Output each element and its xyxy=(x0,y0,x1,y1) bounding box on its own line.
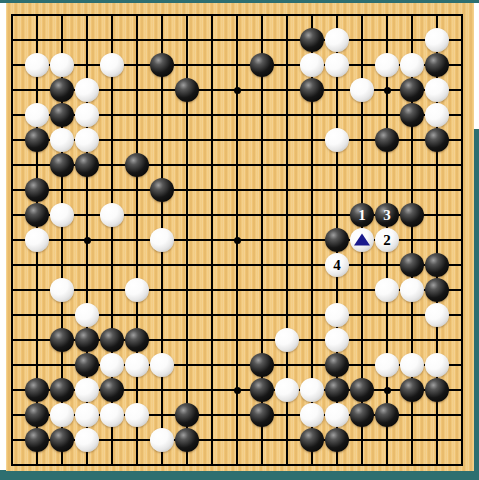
white-stone xyxy=(75,78,99,102)
black-stone xyxy=(25,428,49,452)
black-stone xyxy=(325,428,349,452)
white-stone xyxy=(400,353,424,377)
black-stone xyxy=(50,78,74,102)
white-stone xyxy=(425,78,449,102)
white-stone-move-4: 4 xyxy=(325,253,349,277)
black-stone xyxy=(75,153,99,177)
black-stone xyxy=(400,203,424,227)
white-stone xyxy=(75,128,99,152)
white-stone xyxy=(325,403,349,427)
black-stone xyxy=(375,403,399,427)
white-stone xyxy=(425,303,449,327)
white-stone xyxy=(75,103,99,127)
black-stone xyxy=(175,78,199,102)
black-stone xyxy=(325,228,349,252)
black-stone xyxy=(100,378,124,402)
star-point xyxy=(384,87,391,94)
grid-line-vertical xyxy=(461,14,463,466)
white-stone xyxy=(75,403,99,427)
black-stone xyxy=(50,378,74,402)
white-stone xyxy=(325,303,349,327)
white-stone xyxy=(125,353,149,377)
star-point xyxy=(234,87,241,94)
black-stone xyxy=(425,278,449,302)
white-stone xyxy=(325,53,349,77)
white-stone-triangle-marked xyxy=(350,228,374,252)
white-stone xyxy=(50,53,74,77)
white-stone xyxy=(75,378,99,402)
white-stone xyxy=(300,403,324,427)
triangle-marker-icon xyxy=(354,234,370,246)
move-number-label: 1 xyxy=(350,203,374,227)
black-stone xyxy=(400,78,424,102)
move-number-label: 4 xyxy=(325,253,349,277)
black-stone xyxy=(25,128,49,152)
white-stone-move-2: 2 xyxy=(375,228,399,252)
grid-line-horizontal xyxy=(11,464,463,466)
white-stone xyxy=(425,353,449,377)
white-stone xyxy=(300,378,324,402)
star-point xyxy=(234,387,241,394)
white-stone xyxy=(75,303,99,327)
white-stone xyxy=(425,103,449,127)
move-number-label: 2 xyxy=(375,228,399,252)
black-stone xyxy=(400,253,424,277)
black-stone xyxy=(325,353,349,377)
black-stone xyxy=(25,403,49,427)
black-stone xyxy=(425,378,449,402)
black-stone xyxy=(350,403,374,427)
white-stone xyxy=(125,278,149,302)
white-stone xyxy=(325,128,349,152)
black-stone xyxy=(250,53,274,77)
black-stone xyxy=(50,153,74,177)
black-stone xyxy=(75,353,99,377)
black-stone xyxy=(300,428,324,452)
white-stone xyxy=(400,278,424,302)
white-stone xyxy=(100,403,124,427)
black-stone xyxy=(250,403,274,427)
white-stone xyxy=(375,53,399,77)
white-stone xyxy=(275,328,299,352)
white-stone xyxy=(25,103,49,127)
black-stone xyxy=(425,53,449,77)
star-point xyxy=(234,237,241,244)
white-stone xyxy=(100,53,124,77)
white-stone xyxy=(300,53,324,77)
star-point xyxy=(384,387,391,394)
black-stone xyxy=(375,128,399,152)
white-stone xyxy=(50,403,74,427)
black-stone xyxy=(25,178,49,202)
go-board[interactable]: 1324 xyxy=(6,3,474,471)
black-stone xyxy=(425,253,449,277)
black-stone xyxy=(350,378,374,402)
white-stone xyxy=(150,353,174,377)
white-stone xyxy=(100,203,124,227)
white-stone xyxy=(50,203,74,227)
white-stone xyxy=(275,378,299,402)
white-stone xyxy=(25,53,49,77)
black-stone xyxy=(400,378,424,402)
window-frame-right xyxy=(474,129,479,470)
white-stone xyxy=(50,128,74,152)
black-stone xyxy=(150,53,174,77)
white-stone xyxy=(50,278,74,302)
black-stone xyxy=(50,103,74,127)
star-point xyxy=(84,237,91,244)
black-stone-move-1: 1 xyxy=(350,203,374,227)
white-stone xyxy=(150,428,174,452)
black-stone xyxy=(25,378,49,402)
white-stone xyxy=(350,78,374,102)
black-stone xyxy=(425,128,449,152)
black-stone xyxy=(100,328,124,352)
black-stone-move-3: 3 xyxy=(375,203,399,227)
black-stone xyxy=(125,328,149,352)
white-stone xyxy=(150,228,174,252)
black-stone xyxy=(150,178,174,202)
black-stone xyxy=(300,28,324,52)
white-stone xyxy=(375,278,399,302)
grid-line-horizontal xyxy=(11,264,463,266)
black-stone xyxy=(50,428,74,452)
go-app-window: 1324 xyxy=(0,0,479,480)
white-stone xyxy=(400,53,424,77)
black-stone xyxy=(25,203,49,227)
window-frame-bottom xyxy=(0,470,479,480)
black-stone xyxy=(125,153,149,177)
black-stone xyxy=(325,378,349,402)
white-stone xyxy=(325,28,349,52)
white-stone xyxy=(375,353,399,377)
black-stone xyxy=(75,328,99,352)
black-stone xyxy=(250,378,274,402)
black-stone xyxy=(175,428,199,452)
black-stone xyxy=(175,403,199,427)
white-stone xyxy=(125,403,149,427)
black-stone xyxy=(300,78,324,102)
white-stone xyxy=(25,228,49,252)
white-stone xyxy=(325,328,349,352)
black-stone xyxy=(50,328,74,352)
white-stone xyxy=(100,353,124,377)
white-stone xyxy=(75,428,99,452)
move-number-label: 3 xyxy=(375,203,399,227)
white-stone xyxy=(425,28,449,52)
black-stone xyxy=(400,103,424,127)
black-stone xyxy=(250,353,274,377)
